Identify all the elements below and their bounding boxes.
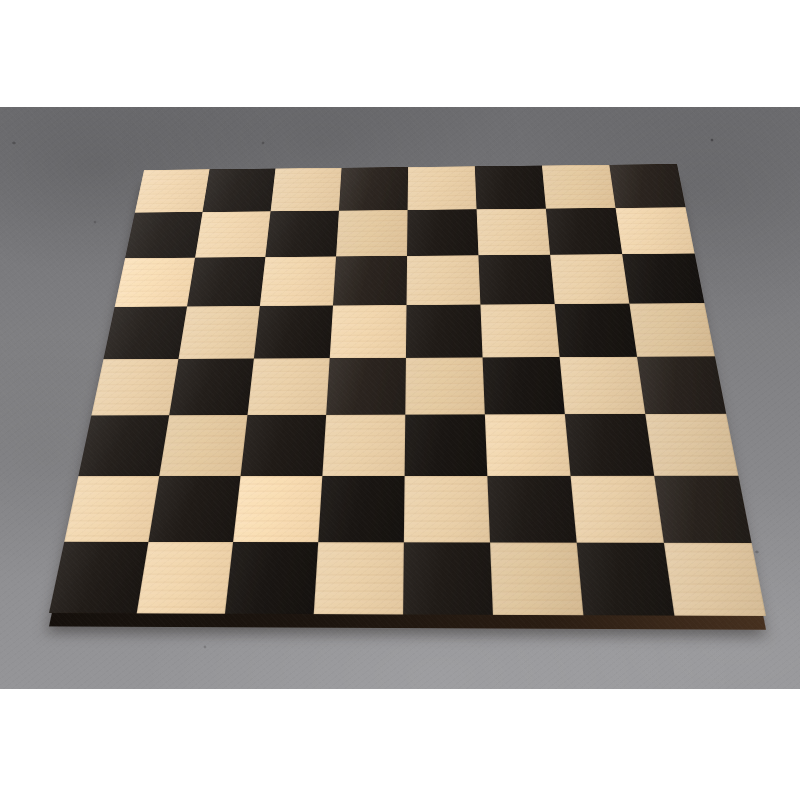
square-a1 (49, 542, 148, 614)
square-g1 (577, 543, 675, 616)
square-a5 (103, 306, 187, 359)
square-d1 (314, 542, 404, 614)
square-b5 (178, 306, 259, 359)
square-e7 (407, 209, 478, 256)
chess-board (49, 164, 766, 616)
square-d2 (318, 476, 404, 542)
square-e2 (404, 476, 490, 543)
square-c5 (254, 306, 333, 359)
square-g7 (546, 208, 622, 255)
square-d8 (339, 167, 408, 211)
square-a7 (125, 212, 202, 258)
square-h4 (637, 356, 726, 414)
square-a2 (64, 476, 159, 542)
square-g6 (550, 254, 629, 304)
square-a3 (78, 415, 169, 476)
square-d4 (326, 358, 406, 415)
product-photo (0, 107, 800, 689)
square-h6 (622, 254, 704, 304)
square-c6 (260, 256, 336, 306)
square-g3 (565, 414, 654, 476)
page-root: { "game": "chess", "scene": "Overhead pr… (0, 0, 800, 800)
square-a6 (115, 258, 195, 307)
square-c8 (271, 168, 342, 212)
square-d6 (333, 256, 407, 306)
square-c2 (233, 476, 322, 542)
square-h5 (629, 303, 715, 357)
square-c4 (247, 358, 329, 415)
square-f6 (478, 255, 554, 305)
square-b3 (159, 415, 247, 476)
square-a4 (91, 359, 178, 416)
square-b6 (187, 257, 265, 306)
square-b4 (169, 359, 254, 416)
square-b1 (137, 542, 233, 614)
bottom-white-band (0, 689, 800, 800)
square-e8 (408, 166, 477, 210)
square-f8 (475, 166, 546, 210)
square-f3 (485, 414, 571, 476)
square-f5 (480, 304, 559, 357)
square-d7 (336, 210, 408, 256)
square-f2 (487, 476, 576, 543)
square-h1 (664, 543, 766, 616)
square-f4 (483, 357, 565, 414)
square-c1 (225, 542, 318, 614)
square-f1 (490, 542, 583, 615)
square-g8 (542, 165, 616, 209)
square-b7 (195, 211, 271, 257)
square-h2 (654, 476, 751, 543)
square-c7 (265, 211, 339, 257)
square-e6 (407, 255, 481, 305)
square-e5 (406, 305, 483, 358)
square-b8 (203, 169, 276, 212)
square-a8 (135, 169, 210, 212)
square-h7 (616, 207, 695, 254)
square-e4 (405, 357, 485, 414)
square-g2 (571, 476, 664, 543)
square-c3 (241, 415, 327, 476)
top-white-band (0, 0, 800, 107)
square-d5 (330, 305, 407, 358)
square-d3 (322, 415, 405, 476)
square-g4 (560, 357, 646, 414)
square-b2 (148, 476, 240, 542)
square-f7 (477, 209, 551, 256)
square-g5 (555, 304, 637, 358)
square-e1 (403, 542, 493, 615)
square-e3 (405, 414, 488, 476)
square-h8 (609, 164, 685, 208)
square-h3 (645, 414, 738, 476)
